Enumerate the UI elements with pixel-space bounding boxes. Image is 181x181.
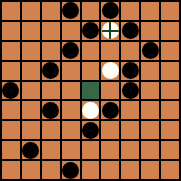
throne-cell[interactable] [82,82,100,100]
board-cell-r4c8[interactable] [161,82,179,100]
board-cell-r5c1[interactable] [22,101,40,119]
board-cell-r1c2[interactable] [42,22,60,40]
board-cell-r1c8[interactable] [161,22,179,40]
board-cell-r1c0[interactable] [2,22,20,40]
board-cell-r1c1[interactable] [22,22,40,40]
board-cell-r1c5[interactable] [101,22,119,40]
board-cell-r7c2[interactable] [42,141,60,159]
board-cell-r6c4[interactable] [82,121,100,139]
black-attacker-stone[interactable] [22,142,39,159]
board-cell-r8c3[interactable] [62,161,80,179]
board-cell-r3c8[interactable] [161,62,179,80]
black-attacker-stone[interactable] [42,102,59,119]
board-cell-r4c5[interactable] [101,82,119,100]
board-cell-r4c1[interactable] [22,82,40,100]
black-attacker-stone[interactable] [122,62,139,79]
board-cell-r0c4[interactable] [82,2,100,20]
board-cell-r2c3[interactable] [62,42,80,60]
board-cell-r7c7[interactable] [141,141,159,159]
board-cell-r0c1[interactable] [22,2,40,20]
board-cell-r7c1[interactable] [22,141,40,159]
board-cell-r6c2[interactable] [42,121,60,139]
board-cell-r6c3[interactable] [62,121,80,139]
board-cell-r3c6[interactable] [121,62,139,80]
board-cell-r1c4[interactable] [82,22,100,40]
board-cell-r0c3[interactable] [62,2,80,20]
board-cell-r6c8[interactable] [161,121,179,139]
board-cell-r5c5[interactable] [101,101,119,119]
board-cell-r7c3[interactable] [62,141,80,159]
board-cell-r7c8[interactable] [161,141,179,159]
board-cell-r8c6[interactable] [121,161,139,179]
board-cell-r2c1[interactable] [22,42,40,60]
white-defender-stone[interactable] [102,62,119,79]
board-cell-r8c4[interactable] [82,161,100,179]
board-cell-r3c1[interactable] [22,62,40,80]
board-cell-r8c0[interactable] [2,161,20,179]
board-cell-r5c3[interactable] [62,101,80,119]
board-cell-r0c2[interactable] [42,2,60,20]
board-cell-r6c5[interactable] [101,121,119,139]
board-cell-r2c0[interactable] [2,42,20,60]
board-cell-r8c5[interactable] [101,161,119,179]
board-cell-r4c0[interactable] [2,82,20,100]
board-cell-r3c0[interactable] [2,62,20,80]
board-cell-r0c8[interactable] [161,2,179,20]
board-cell-r5c2[interactable] [42,101,60,119]
black-attacker-stone[interactable] [2,82,19,99]
white-king-stone[interactable] [102,22,119,39]
board-cell-r2c2[interactable] [42,42,60,60]
white-defender-stone[interactable] [82,102,99,119]
black-attacker-stone[interactable] [62,162,79,179]
board-cell-r3c5[interactable] [101,62,119,80]
board-cell-r4c6[interactable] [121,82,139,100]
board-cell-r1c6[interactable] [121,22,139,40]
board-cell-r6c7[interactable] [141,121,159,139]
board-cell-r5c6[interactable] [121,101,139,119]
board-cell-r0c7[interactable] [141,2,159,20]
board-cell-r6c6[interactable] [121,121,139,139]
board-cell-r8c8[interactable] [161,161,179,179]
board-cell-r7c4[interactable] [82,141,100,159]
board-cell-r6c1[interactable] [22,121,40,139]
board-cell-r2c4[interactable] [82,42,100,60]
board-cell-r3c4[interactable] [82,62,100,80]
board-cell-r0c6[interactable] [121,2,139,20]
board-cell-r3c2[interactable] [42,62,60,80]
board-cell-r2c8[interactable] [161,42,179,60]
board-cell-r5c8[interactable] [161,101,179,119]
board-cell-r5c7[interactable] [141,101,159,119]
board-cell-r1c7[interactable] [141,22,159,40]
black-attacker-stone[interactable] [102,2,119,19]
board-cell-r2c5[interactable] [101,42,119,60]
board-cell-r5c0[interactable] [2,101,20,119]
black-attacker-stone[interactable] [142,42,159,59]
board-cell-r0c0[interactable] [2,2,20,20]
board-cell-r3c7[interactable] [141,62,159,80]
black-attacker-stone[interactable] [122,82,139,99]
king-cross-vertical [109,22,111,39]
game-board [0,0,181,181]
board-cell-r8c7[interactable] [141,161,159,179]
black-attacker-stone[interactable] [62,2,79,19]
board-cell-r5c4[interactable] [82,101,100,119]
black-attacker-stone[interactable] [42,62,59,79]
board-cell-r3c3[interactable] [62,62,80,80]
board-cell-r2c6[interactable] [121,42,139,60]
black-attacker-stone[interactable] [122,22,139,39]
board-cell-r1c3[interactable] [62,22,80,40]
board-cell-r2c7[interactable] [141,42,159,60]
board-cell-r4c3[interactable] [62,82,80,100]
board-cell-r8c1[interactable] [22,161,40,179]
board-cell-r0c5[interactable] [101,2,119,20]
board-cell-r6c0[interactable] [2,121,20,139]
black-attacker-stone[interactable] [62,42,79,59]
black-attacker-stone[interactable] [102,102,119,119]
board-cell-r4c7[interactable] [141,82,159,100]
board-cell-r7c0[interactable] [2,141,20,159]
black-attacker-stone[interactable] [82,22,99,39]
board-cell-r7c6[interactable] [121,141,139,159]
black-attacker-stone[interactable] [82,122,99,139]
board-cell-r7c5[interactable] [101,141,119,159]
board-cell-r4c2[interactable] [42,82,60,100]
board-cell-r8c2[interactable] [42,161,60,179]
